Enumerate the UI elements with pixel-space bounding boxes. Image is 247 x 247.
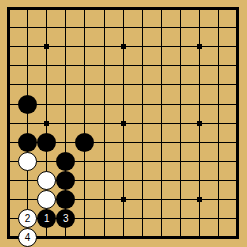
- star-point: [121, 44, 126, 49]
- grid-line-horizontal: [7, 161, 239, 162]
- star-point: [44, 121, 49, 126]
- go-board[interactable]: 2134: [0, 0, 247, 247]
- go-diagram-page: 2134: [0, 0, 247, 247]
- black-stone: [18, 95, 37, 114]
- grid-line-vertical: [161, 7, 162, 239]
- black-stone-move-1: 1: [37, 209, 56, 228]
- grid-line-vertical: [236, 7, 239, 239]
- black-stone: [56, 171, 75, 190]
- white-stone: [37, 171, 56, 190]
- star-point: [121, 121, 126, 126]
- star-point: [197, 121, 202, 126]
- star-point: [121, 197, 126, 202]
- move-number-label: 3: [63, 214, 69, 224]
- star-point: [197, 44, 202, 49]
- white-stone: [18, 152, 37, 171]
- black-stone: [56, 190, 75, 209]
- star-point: [197, 197, 202, 202]
- black-stone: [18, 133, 37, 152]
- move-number-label: 4: [25, 233, 31, 243]
- black-stone: [37, 133, 56, 152]
- white-stone: [37, 190, 56, 209]
- black-stone-move-3: 3: [56, 209, 75, 228]
- move-number-label: 2: [25, 214, 31, 224]
- grid-line-horizontal: [7, 236, 239, 239]
- grid-line-vertical: [218, 7, 219, 239]
- star-point: [44, 44, 49, 49]
- grid-line-vertical: [180, 7, 181, 239]
- white-stone-move-2: 2: [18, 209, 37, 228]
- grid-line-vertical: [142, 7, 143, 239]
- black-stone: [56, 152, 75, 171]
- move-number-label: 1: [44, 214, 50, 224]
- white-stone-move-4: 4: [18, 228, 37, 247]
- black-stone: [75, 133, 94, 152]
